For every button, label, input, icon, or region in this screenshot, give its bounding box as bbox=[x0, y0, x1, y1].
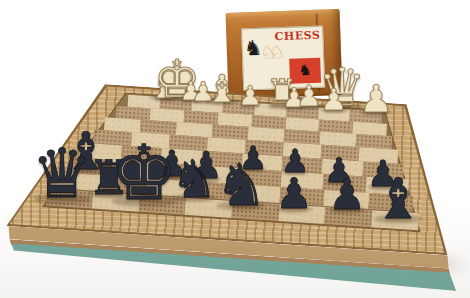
white-pawn: ♟ bbox=[296, 82, 322, 111]
black-king: ♚ bbox=[110, 135, 178, 211]
white-pawn: ♟ bbox=[321, 85, 348, 115]
white-pawn: ♟ bbox=[359, 80, 393, 118]
black-bishop: ♝ bbox=[373, 171, 423, 227]
chess-set-photo: ♞ ♘♘ CHESS ♞ ♝♚♟♟♝♟♜♟♟♛♟♟♝♛♜♚♟♞♟♟♞♟♟♟♟♟♝ bbox=[0, 0, 470, 298]
white-pawn: ♟ bbox=[238, 82, 262, 109]
black-pawn: ♟ bbox=[275, 173, 313, 215]
black-knight: ♞ bbox=[215, 156, 267, 214]
white-bishop: ♝ bbox=[205, 70, 239, 108]
black-pawn: ♟ bbox=[328, 174, 366, 216]
pieces-layer: ♝♚♟♟♝♟♜♟♟♛♟♟♝♛♜♚♟♞♟♟♞♟♟♟♟♟♝ bbox=[0, 0, 470, 298]
black-queen: ♛ bbox=[32, 140, 93, 208]
